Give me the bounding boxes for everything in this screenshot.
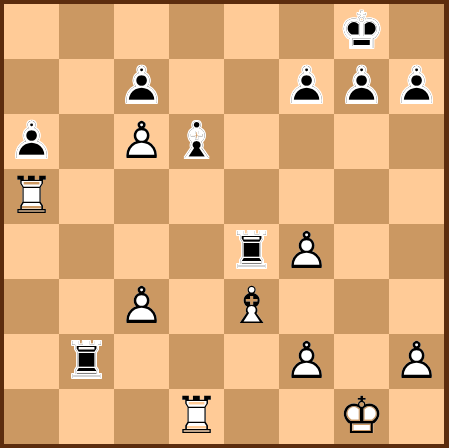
piece-glyph-detail: ♗ <box>169 114 224 169</box>
piece-white-king[interactable]: ♚♔ <box>334 389 389 444</box>
square-f1[interactable] <box>279 389 334 444</box>
square-a5[interactable]: ♜♖ <box>4 169 59 224</box>
square-g6[interactable] <box>334 114 389 169</box>
piece-glyph-detail: ♖ <box>4 169 59 224</box>
piece-black-pawn[interactable]: ♟♙ <box>334 59 389 114</box>
piece-glyph-detail: ♖ <box>169 389 224 444</box>
square-h2[interactable]: ♟♙ <box>389 334 444 389</box>
square-c7[interactable]: ♟♙ <box>114 59 169 114</box>
square-d3[interactable] <box>169 279 224 334</box>
square-d7[interactable] <box>169 59 224 114</box>
square-d8[interactable] <box>169 4 224 59</box>
piece-glyph-base: ♜ <box>169 389 224 444</box>
piece-glyph-base: ♟ <box>114 279 169 334</box>
square-c8[interactable] <box>114 4 169 59</box>
square-c2[interactable] <box>114 334 169 389</box>
square-c6[interactable]: ♟♙ <box>114 114 169 169</box>
square-h8[interactable] <box>389 4 444 59</box>
piece-glyph-base: ♟ <box>114 59 169 114</box>
piece-black-rook[interactable]: ♜♖ <box>224 224 279 279</box>
piece-glyph-base: ♟ <box>334 59 389 114</box>
piece-glyph-detail: ♙ <box>114 59 169 114</box>
piece-glyph-detail: ♖ <box>224 224 279 279</box>
piece-black-pawn[interactable]: ♟♙ <box>4 114 59 169</box>
piece-glyph-detail: ♙ <box>279 334 334 389</box>
piece-glyph-detail: ♔ <box>334 4 389 59</box>
piece-glyph-base: ♝ <box>224 279 279 334</box>
square-b3[interactable] <box>59 279 114 334</box>
square-f3[interactable] <box>279 279 334 334</box>
piece-glyph-base: ♟ <box>4 114 59 169</box>
piece-glyph-detail: ♗ <box>224 279 279 334</box>
square-f7[interactable]: ♟♙ <box>279 59 334 114</box>
square-a8[interactable] <box>4 4 59 59</box>
square-h4[interactable] <box>389 224 444 279</box>
piece-glyph-base: ♝ <box>169 114 224 169</box>
square-e2[interactable] <box>224 334 279 389</box>
piece-glyph-detail: ♙ <box>114 114 169 169</box>
chess-board-frame: ♚♔♟♙♟♙♟♙♟♙♟♙♟♙♝♗♜♖♜♖♟♙♟♙♝♗♜♖♟♙♟♙♜♖♚♔ <box>0 0 449 448</box>
square-b5[interactable] <box>59 169 114 224</box>
piece-black-king[interactable]: ♚♔ <box>334 4 389 59</box>
piece-glyph-detail: ♙ <box>114 279 169 334</box>
piece-black-rook[interactable]: ♜♖ <box>59 334 114 389</box>
piece-glyph-detail: ♙ <box>389 334 444 389</box>
square-g1[interactable]: ♚♔ <box>334 389 389 444</box>
square-d5[interactable] <box>169 169 224 224</box>
piece-glyph-base: ♟ <box>389 334 444 389</box>
square-g7[interactable]: ♟♙ <box>334 59 389 114</box>
square-a2[interactable] <box>4 334 59 389</box>
piece-glyph-base: ♚ <box>334 389 389 444</box>
square-e4[interactable]: ♜♖ <box>224 224 279 279</box>
piece-glyph-base: ♟ <box>114 114 169 169</box>
piece-glyph-base: ♚ <box>334 4 389 59</box>
square-b8[interactable] <box>59 4 114 59</box>
piece-glyph-detail: ♖ <box>59 334 114 389</box>
square-c1[interactable] <box>114 389 169 444</box>
piece-white-pawn[interactable]: ♟♙ <box>389 334 444 389</box>
square-a7[interactable] <box>4 59 59 114</box>
piece-white-rook[interactable]: ♜♖ <box>169 389 224 444</box>
chess-board: ♚♔♟♙♟♙♟♙♟♙♟♙♟♙♝♗♜♖♜♖♟♙♟♙♝♗♜♖♟♙♟♙♜♖♚♔ <box>4 4 444 444</box>
square-b4[interactable] <box>59 224 114 279</box>
square-e8[interactable] <box>224 4 279 59</box>
square-a1[interactable] <box>4 389 59 444</box>
square-e1[interactable] <box>224 389 279 444</box>
piece-glyph-base: ♜ <box>4 169 59 224</box>
square-g5[interactable] <box>334 169 389 224</box>
piece-glyph-detail: ♙ <box>279 59 334 114</box>
square-e3[interactable]: ♝♗ <box>224 279 279 334</box>
piece-glyph-detail: ♙ <box>4 114 59 169</box>
piece-glyph-detail: ♙ <box>334 59 389 114</box>
square-e5[interactable] <box>224 169 279 224</box>
piece-glyph-detail: ♙ <box>279 224 334 279</box>
square-g3[interactable] <box>334 279 389 334</box>
square-b6[interactable] <box>59 114 114 169</box>
piece-glyph-base: ♟ <box>279 59 334 114</box>
piece-glyph-detail: ♔ <box>334 389 389 444</box>
square-h3[interactable] <box>389 279 444 334</box>
square-c5[interactable] <box>114 169 169 224</box>
piece-black-pawn[interactable]: ♟♙ <box>279 59 334 114</box>
square-g4[interactable] <box>334 224 389 279</box>
piece-glyph-base: ♟ <box>389 59 444 114</box>
piece-white-bishop[interactable]: ♝♗ <box>224 279 279 334</box>
square-f4[interactable]: ♟♙ <box>279 224 334 279</box>
square-a4[interactable] <box>4 224 59 279</box>
piece-white-pawn[interactable]: ♟♙ <box>279 334 334 389</box>
square-h5[interactable] <box>389 169 444 224</box>
square-f2[interactable]: ♟♙ <box>279 334 334 389</box>
piece-glyph-base: ♜ <box>224 224 279 279</box>
square-f8[interactable] <box>279 4 334 59</box>
square-b7[interactable] <box>59 59 114 114</box>
piece-black-pawn[interactable]: ♟♙ <box>114 59 169 114</box>
square-c4[interactable] <box>114 224 169 279</box>
piece-glyph-base: ♜ <box>59 334 114 389</box>
piece-black-bishop[interactable]: ♝♗ <box>169 114 224 169</box>
square-h7[interactable]: ♟♙ <box>389 59 444 114</box>
square-e6[interactable] <box>224 114 279 169</box>
square-d4[interactable] <box>169 224 224 279</box>
piece-glyph-base: ♟ <box>279 224 334 279</box>
square-h6[interactable] <box>389 114 444 169</box>
piece-white-rook[interactable]: ♜♖ <box>4 169 59 224</box>
square-d6[interactable]: ♝♗ <box>169 114 224 169</box>
square-b1[interactable] <box>59 389 114 444</box>
square-f5[interactable] <box>279 169 334 224</box>
square-b2[interactable]: ♜♖ <box>59 334 114 389</box>
piece-black-pawn[interactable]: ♟♙ <box>389 59 444 114</box>
square-g8[interactable]: ♚♔ <box>334 4 389 59</box>
square-d1[interactable]: ♜♖ <box>169 389 224 444</box>
square-a6[interactable]: ♟♙ <box>4 114 59 169</box>
square-d2[interactable] <box>169 334 224 389</box>
piece-glyph-base: ♟ <box>279 334 334 389</box>
piece-glyph-detail: ♙ <box>389 59 444 114</box>
square-a3[interactable] <box>4 279 59 334</box>
piece-white-pawn[interactable]: ♟♙ <box>114 114 169 169</box>
square-h1[interactable] <box>389 389 444 444</box>
square-c3[interactable]: ♟♙ <box>114 279 169 334</box>
piece-white-pawn[interactable]: ♟♙ <box>114 279 169 334</box>
square-g2[interactable] <box>334 334 389 389</box>
piece-white-pawn[interactable]: ♟♙ <box>279 224 334 279</box>
square-e7[interactable] <box>224 59 279 114</box>
square-f6[interactable] <box>279 114 334 169</box>
